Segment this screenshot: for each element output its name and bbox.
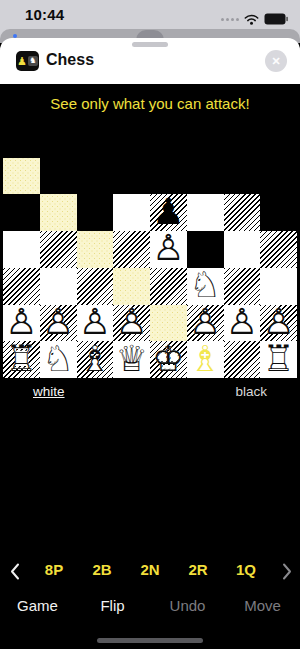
close-button[interactable]: ✕ bbox=[265, 50, 287, 72]
count-bishops[interactable]: 2B bbox=[78, 561, 126, 578]
white-pawn-piece: ♙ bbox=[115, 304, 147, 340]
square-e7[interactable] bbox=[150, 121, 187, 158]
white-pawn-piece: ♙ bbox=[189, 304, 221, 340]
white-pawn-piece: ♙ bbox=[152, 230, 184, 266]
white-knight-piece: ♘ bbox=[42, 341, 74, 377]
square-e1[interactable]: ♚♔ bbox=[150, 341, 187, 378]
square-f5[interactable] bbox=[187, 194, 224, 231]
black-pawn-piece: ♟ bbox=[152, 194, 184, 230]
white-rook-piece: ♖ bbox=[5, 341, 37, 377]
wifi-icon bbox=[244, 14, 259, 25]
piece-fill: ♟ bbox=[262, 304, 294, 340]
piece-fill: ♟ bbox=[189, 304, 221, 340]
app-icon-knight: ♞ bbox=[29, 57, 36, 65]
square-e2[interactable] bbox=[150, 305, 187, 342]
square-g4[interactable] bbox=[224, 231, 261, 268]
square-c7[interactable] bbox=[77, 121, 114, 158]
piece-fill: ♟ bbox=[42, 304, 74, 340]
piece-counter-row: 8P 2B 2N 2R 1Q bbox=[0, 561, 300, 583]
square-c4[interactable] bbox=[77, 231, 114, 268]
square-a5[interactable] bbox=[3, 194, 40, 231]
count-rooks[interactable]: 2R bbox=[174, 561, 222, 578]
game-button[interactable]: Game bbox=[0, 597, 75, 614]
square-d3[interactable] bbox=[113, 268, 150, 305]
app-icon-board-tile: ♞ bbox=[28, 56, 38, 66]
piece-fill: ♜ bbox=[5, 341, 37, 377]
white-pawn-piece: ♙ bbox=[226, 304, 258, 340]
square-h6[interactable] bbox=[260, 158, 297, 195]
white-pawn-piece: ♙ bbox=[5, 304, 37, 340]
turn-labels: white black bbox=[3, 384, 297, 399]
piece-counts: 8P 2B 2N 2R 1Q bbox=[30, 561, 270, 578]
white-rook-piece: ♖ bbox=[262, 341, 294, 377]
square-e4[interactable]: ♙ bbox=[150, 231, 187, 268]
square-c5[interactable] bbox=[77, 194, 114, 231]
square-f6[interactable] bbox=[187, 158, 224, 195]
square-b4[interactable] bbox=[40, 231, 77, 268]
flip-button[interactable]: Flip bbox=[75, 597, 150, 614]
square-b2[interactable]: ♟♙ bbox=[40, 305, 77, 342]
white-king-piece: ♔ bbox=[152, 341, 184, 377]
close-icon: ✕ bbox=[271, 55, 280, 68]
chevron-left-icon[interactable] bbox=[10, 563, 20, 584]
square-d7[interactable] bbox=[113, 121, 150, 158]
battery-icon bbox=[264, 13, 288, 25]
square-h5[interactable] bbox=[260, 194, 297, 231]
square-e5[interactable]: ♟ bbox=[150, 194, 187, 231]
app-icon-yellow-pawn: ♟ bbox=[17, 56, 27, 67]
square-c1[interactable]: ♝♗ bbox=[77, 341, 114, 378]
selected-white-bishop-piece: ♗ bbox=[189, 341, 221, 377]
chess-board: ♟♙♘♙♟♙♙♟♙♟♙♙♟♙♜♖♘♝♗♕♚♔♗♖ bbox=[3, 84, 297, 378]
square-f1[interactable]: ♗ bbox=[187, 341, 224, 378]
white-bishop-piece: ♗ bbox=[79, 341, 111, 377]
square-e6[interactable] bbox=[150, 158, 187, 195]
square-b6[interactable] bbox=[40, 158, 77, 195]
square-b7[interactable] bbox=[40, 121, 77, 158]
square-d4[interactable] bbox=[113, 231, 150, 268]
piece-fill: ♝ bbox=[79, 341, 111, 377]
square-a6[interactable] bbox=[3, 158, 40, 195]
white-player-label[interactable]: white bbox=[33, 384, 65, 399]
square-c2[interactable]: ♙ bbox=[77, 305, 114, 342]
action-bar: Game Flip Undo Move bbox=[0, 597, 300, 614]
square-g1[interactable] bbox=[224, 341, 261, 378]
app-title: Chess bbox=[46, 51, 94, 69]
tagline: See only what you can attack! bbox=[0, 95, 300, 112]
undo-button[interactable]: Undo bbox=[150, 597, 225, 614]
square-g7[interactable] bbox=[224, 121, 261, 158]
square-c3[interactable] bbox=[77, 268, 114, 305]
status-icons bbox=[221, 13, 288, 25]
square-d6[interactable] bbox=[113, 158, 150, 195]
square-g5[interactable] bbox=[224, 194, 261, 231]
white-pawn-piece: ♙ bbox=[262, 304, 294, 340]
chevron-right-icon[interactable] bbox=[282, 563, 292, 584]
square-b1[interactable]: ♘ bbox=[40, 341, 77, 378]
home-indicator[interactable] bbox=[97, 638, 203, 643]
sheet-card: ♟ ♞ Chess ✕ bbox=[0, 38, 300, 84]
square-c6[interactable] bbox=[77, 158, 114, 195]
chess-app-icon: ♟ ♞ bbox=[16, 51, 39, 71]
square-h1[interactable]: ♖ bbox=[260, 341, 297, 378]
game-content: See only what you can attack! ♟♙♘♙♟♙♙♟♙♟… bbox=[0, 84, 300, 649]
white-pawn-piece: ♙ bbox=[42, 304, 74, 340]
piece-fill: ♟ bbox=[115, 304, 147, 340]
square-a2[interactable]: ♙ bbox=[3, 305, 40, 342]
square-d5[interactable] bbox=[113, 194, 150, 231]
square-f3[interactable]: ♘ bbox=[187, 268, 224, 305]
square-a7[interactable] bbox=[3, 121, 40, 158]
piece-fill: ♚ bbox=[152, 341, 184, 377]
square-f2[interactable]: ♟♙ bbox=[187, 305, 224, 342]
count-queens[interactable]: 1Q bbox=[222, 561, 270, 578]
square-f7[interactable] bbox=[187, 121, 224, 158]
square-h3[interactable] bbox=[260, 268, 297, 305]
square-h4[interactable] bbox=[260, 231, 297, 268]
square-h2[interactable]: ♟♙ bbox=[260, 305, 297, 342]
square-e3[interactable] bbox=[150, 268, 187, 305]
status-time: 10:44 bbox=[25, 6, 64, 23]
square-a3[interactable] bbox=[3, 268, 40, 305]
count-knights[interactable]: 2N bbox=[126, 561, 174, 578]
square-b5[interactable] bbox=[40, 194, 77, 231]
cellular-signal-icon bbox=[221, 18, 239, 21]
square-h7[interactable] bbox=[260, 121, 297, 158]
white-knight-piece: ♘ bbox=[189, 267, 221, 303]
square-d2[interactable]: ♟♙ bbox=[113, 305, 150, 342]
square-a4[interactable] bbox=[3, 231, 40, 268]
square-g3[interactable] bbox=[224, 268, 261, 305]
black-player-label[interactable]: black bbox=[235, 384, 267, 399]
square-f4[interactable] bbox=[187, 231, 224, 268]
white-pawn-piece: ♙ bbox=[79, 304, 111, 340]
square-b3[interactable] bbox=[40, 268, 77, 305]
square-a1[interactable]: ♜♖ bbox=[3, 341, 40, 378]
sheet-drag-handle[interactable] bbox=[132, 42, 168, 47]
white-queen-piece: ♕ bbox=[115, 341, 147, 377]
count-pawns[interactable]: 8P bbox=[30, 561, 78, 578]
square-d1[interactable]: ♕ bbox=[113, 341, 150, 378]
square-g2[interactable]: ♙ bbox=[224, 305, 261, 342]
move-button[interactable]: Move bbox=[225, 597, 300, 614]
square-g6[interactable] bbox=[224, 158, 261, 195]
